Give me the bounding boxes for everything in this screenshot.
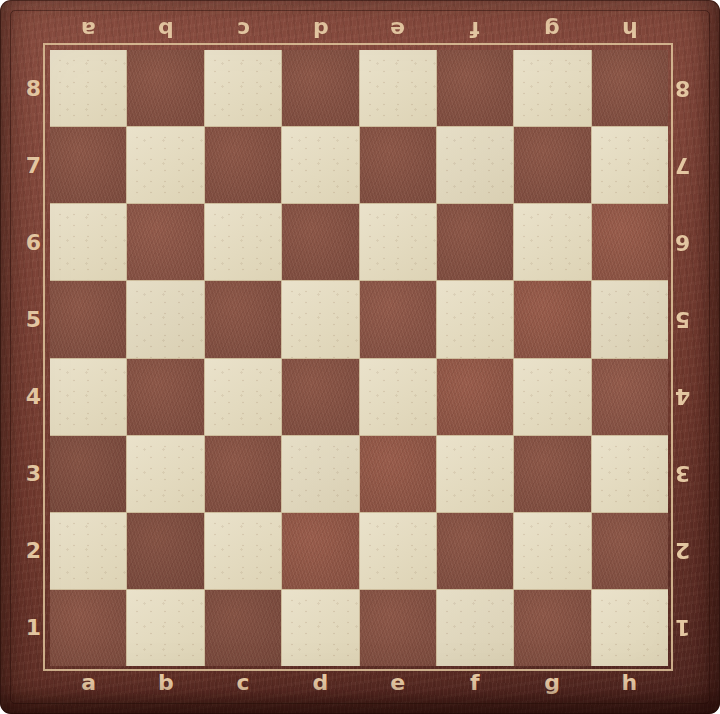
square-c1[interactable] bbox=[205, 590, 281, 666]
file-label-top-e: e bbox=[390, 17, 405, 42]
square-a2[interactable] bbox=[50, 513, 126, 589]
square-a5[interactable] bbox=[50, 281, 126, 357]
square-b6[interactable] bbox=[127, 204, 203, 280]
square-d8[interactable] bbox=[282, 50, 358, 126]
square-e6[interactable] bbox=[360, 204, 436, 280]
file-label-bottom-g: g bbox=[544, 670, 560, 695]
square-g1[interactable] bbox=[514, 590, 590, 666]
square-b8[interactable] bbox=[127, 50, 203, 126]
square-e1[interactable] bbox=[360, 590, 436, 666]
rank-label-right-1: 1 bbox=[675, 615, 690, 640]
square-f3[interactable] bbox=[437, 436, 513, 512]
square-e5[interactable] bbox=[360, 281, 436, 357]
square-b2[interactable] bbox=[127, 513, 203, 589]
square-b4[interactable] bbox=[127, 359, 203, 435]
square-c5[interactable] bbox=[205, 281, 281, 357]
square-d2[interactable] bbox=[282, 513, 358, 589]
square-g8[interactable] bbox=[514, 50, 590, 126]
file-label-bottom-a: a bbox=[81, 670, 96, 695]
square-c6[interactable] bbox=[205, 204, 281, 280]
rank-label-left-1: 1 bbox=[26, 615, 41, 640]
square-h7[interactable] bbox=[592, 127, 668, 203]
file-label-bottom-d: d bbox=[313, 670, 329, 695]
square-h8[interactable] bbox=[592, 50, 668, 126]
square-f2[interactable] bbox=[437, 513, 513, 589]
square-a8[interactable] bbox=[50, 50, 126, 126]
file-label-top-b: b bbox=[158, 17, 174, 42]
square-c2[interactable] bbox=[205, 513, 281, 589]
square-b1[interactable] bbox=[127, 590, 203, 666]
square-d4[interactable] bbox=[282, 359, 358, 435]
square-g6[interactable] bbox=[514, 204, 590, 280]
square-g4[interactable] bbox=[514, 359, 590, 435]
file-label-top-f: f bbox=[470, 17, 480, 42]
rank-label-right-3: 3 bbox=[675, 461, 690, 486]
square-h3[interactable] bbox=[592, 436, 668, 512]
file-label-bottom-f: f bbox=[470, 670, 480, 695]
rank-label-left-3: 3 bbox=[26, 461, 41, 486]
square-d3[interactable] bbox=[282, 436, 358, 512]
rank-label-right-8: 8 bbox=[675, 76, 690, 101]
file-label-bottom-b: b bbox=[158, 670, 174, 695]
rank-label-right-6: 6 bbox=[675, 230, 690, 255]
square-c7[interactable] bbox=[205, 127, 281, 203]
square-f1[interactable] bbox=[437, 590, 513, 666]
file-label-bottom-c: c bbox=[237, 670, 250, 695]
square-d5[interactable] bbox=[282, 281, 358, 357]
square-f5[interactable] bbox=[437, 281, 513, 357]
square-e2[interactable] bbox=[360, 513, 436, 589]
file-label-top-d: d bbox=[313, 17, 329, 42]
square-g5[interactable] bbox=[514, 281, 590, 357]
rank-labels-left: 87654321 bbox=[0, 50, 50, 666]
board-squares-grid bbox=[50, 50, 668, 666]
file-label-bottom-h: h bbox=[622, 670, 638, 695]
screenshot-background: abcdefgh abcdefgh 87654321 87654321 bbox=[0, 0, 720, 714]
square-b7[interactable] bbox=[127, 127, 203, 203]
file-labels-top: abcdefgh bbox=[50, 0, 668, 50]
rank-label-left-2: 2 bbox=[26, 538, 41, 563]
square-c3[interactable] bbox=[205, 436, 281, 512]
file-labels-bottom: abcdefgh bbox=[50, 666, 668, 714]
rank-label-right-7: 7 bbox=[675, 153, 690, 178]
square-b5[interactable] bbox=[127, 281, 203, 357]
square-h1[interactable] bbox=[592, 590, 668, 666]
rank-label-right-4: 4 bbox=[675, 384, 690, 409]
file-label-bottom-e: e bbox=[390, 670, 405, 695]
rank-label-right-5: 5 bbox=[675, 307, 690, 332]
square-a6[interactable] bbox=[50, 204, 126, 280]
square-h5[interactable] bbox=[592, 281, 668, 357]
chessboard: abcdefgh abcdefgh 87654321 87654321 bbox=[0, 0, 720, 714]
square-f7[interactable] bbox=[437, 127, 513, 203]
square-e7[interactable] bbox=[360, 127, 436, 203]
rank-label-left-6: 6 bbox=[26, 230, 41, 255]
square-c8[interactable] bbox=[205, 50, 281, 126]
square-d1[interactable] bbox=[282, 590, 358, 666]
square-g2[interactable] bbox=[514, 513, 590, 589]
rank-label-left-7: 7 bbox=[26, 153, 41, 178]
file-label-top-c: c bbox=[237, 17, 250, 42]
rank-label-right-2: 2 bbox=[675, 538, 690, 563]
square-a3[interactable] bbox=[50, 436, 126, 512]
square-f8[interactable] bbox=[437, 50, 513, 126]
square-a7[interactable] bbox=[50, 127, 126, 203]
square-e4[interactable] bbox=[360, 359, 436, 435]
square-c4[interactable] bbox=[205, 359, 281, 435]
file-label-top-a: a bbox=[81, 17, 96, 42]
square-f4[interactable] bbox=[437, 359, 513, 435]
rank-labels-right: 87654321 bbox=[668, 50, 720, 666]
rank-label-left-5: 5 bbox=[26, 307, 41, 332]
square-a1[interactable] bbox=[50, 590, 126, 666]
square-f6[interactable] bbox=[437, 204, 513, 280]
square-e8[interactable] bbox=[360, 50, 436, 126]
square-h6[interactable] bbox=[592, 204, 668, 280]
square-e3[interactable] bbox=[360, 436, 436, 512]
rank-label-left-8: 8 bbox=[26, 76, 41, 101]
file-label-top-g: g bbox=[544, 17, 560, 42]
square-d7[interactable] bbox=[282, 127, 358, 203]
square-g3[interactable] bbox=[514, 436, 590, 512]
square-b3[interactable] bbox=[127, 436, 203, 512]
square-h4[interactable] bbox=[592, 359, 668, 435]
square-g7[interactable] bbox=[514, 127, 590, 203]
square-a4[interactable] bbox=[50, 359, 126, 435]
square-h2[interactable] bbox=[592, 513, 668, 589]
square-d6[interactable] bbox=[282, 204, 358, 280]
file-label-top-h: h bbox=[622, 17, 638, 42]
rank-label-left-4: 4 bbox=[26, 384, 41, 409]
